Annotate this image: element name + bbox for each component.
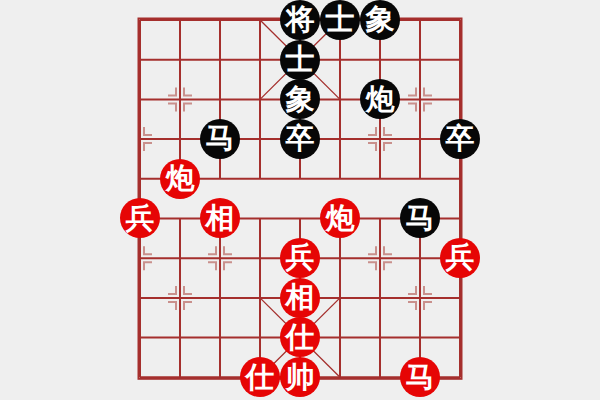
piece-red-elephant[interactable]: 相 — [280, 278, 320, 318]
piece-red-advisor[interactable]: 仕 — [280, 317, 320, 357]
piece-black-pawn[interactable]: 卒 — [280, 119, 320, 159]
piece-red-general[interactable]: 帅 — [280, 357, 320, 397]
piece-red-horse[interactable]: 马 — [400, 357, 440, 397]
piece-red-advisor[interactable]: 仕 — [240, 357, 280, 397]
piece-red-pawn[interactable]: 兵 — [440, 238, 480, 278]
piece-black-advisor[interactable]: 士 — [280, 40, 320, 80]
piece-red-cannon[interactable]: 炮 — [160, 159, 200, 199]
piece-red-pawn[interactable]: 兵 — [120, 198, 160, 238]
piece-black-cannon[interactable]: 炮 — [360, 79, 400, 119]
pieces-layer: 将士象士象炮马卒卒炮兵相炮马兵兵相仕仕帅马 — [120, 0, 480, 397]
piece-black-horse[interactable]: 马 — [200, 119, 240, 159]
piece-black-horse[interactable]: 马 — [400, 198, 440, 238]
piece-black-advisor[interactable]: 士 — [320, 0, 360, 40]
piece-red-cannon[interactable]: 炮 — [320, 198, 360, 238]
piece-red-pawn[interactable]: 兵 — [280, 238, 320, 278]
piece-black-pawn[interactable]: 卒 — [440, 119, 480, 159]
xiangqi-board: 将士象士象炮马卒卒炮兵相炮马兵兵相仕仕帅马 — [0, 0, 600, 400]
piece-black-general[interactable]: 将 — [280, 0, 320, 40]
piece-black-elephant[interactable]: 象 — [280, 79, 320, 119]
piece-black-elephant[interactable]: 象 — [360, 0, 400, 40]
piece-red-elephant[interactable]: 相 — [200, 198, 240, 238]
